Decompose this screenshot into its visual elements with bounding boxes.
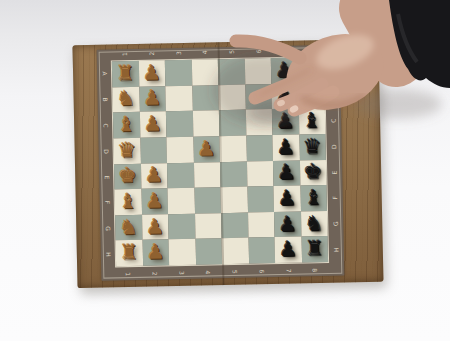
- square-h7: ♟: [275, 237, 302, 263]
- square-g8: ♞: [301, 211, 328, 237]
- square-g2: ♟: [142, 214, 169, 240]
- square-a1: ♜: [112, 61, 139, 87]
- piece-wP-e2: ♟: [145, 165, 163, 185]
- square-h1: ♜: [116, 240, 143, 266]
- piece-wN-g1: ♞: [119, 216, 137, 236]
- square-d3: [166, 137, 193, 163]
- piece-bP-g7: ♟: [278, 213, 296, 233]
- square-e3: [167, 162, 194, 188]
- square-h5: [222, 238, 249, 264]
- piece-bR-h8: ♜: [305, 238, 323, 258]
- square-e2: ♟: [140, 163, 167, 189]
- square-c6: [245, 109, 272, 135]
- square-c1: ♝: [113, 112, 140, 138]
- square-e7: ♟: [273, 160, 300, 186]
- square-e1: ♚: [114, 163, 141, 189]
- piece-bP-d7: ♟: [277, 136, 295, 156]
- piece-wP-h2: ♟: [146, 242, 164, 262]
- square-g5: [221, 212, 248, 238]
- square-b5: [218, 84, 245, 110]
- square-a2: ♟: [138, 60, 165, 86]
- square-g6: [248, 212, 275, 238]
- piece-bB-c8: ♝: [303, 110, 321, 130]
- square-e6: [246, 161, 273, 187]
- square-b1: ♞: [112, 86, 139, 112]
- piece-wP-d4: ♟: [197, 138, 215, 158]
- square-b6: [245, 84, 272, 110]
- piece-wP-a2: ♟: [143, 62, 161, 82]
- piece-bR-a8: ♜: [302, 59, 320, 79]
- square-b4: [192, 85, 219, 111]
- sleeve-fold: [398, 14, 417, 62]
- square-d2: [140, 137, 167, 163]
- square-d4: ♟: [193, 136, 220, 162]
- piece-bP-e7: ♟: [277, 162, 295, 182]
- piece-wB-f1: ♝: [119, 191, 137, 211]
- piece-bB-f8: ♝: [304, 187, 322, 207]
- chess-board: ABCDEFGH ABCDEFGH 12345678 12345678 ♜♟♟♜…: [72, 39, 383, 288]
- piece-bP-f7: ♟: [278, 188, 296, 208]
- piece-bN-b8: ♞: [302, 84, 320, 104]
- square-f8: ♝: [300, 185, 327, 211]
- piece-bK-e8: ♚: [304, 161, 322, 181]
- square-e4: [193, 162, 220, 188]
- square-b8: ♞: [298, 83, 325, 109]
- piece-bP-c7: ♟: [276, 111, 294, 131]
- square-d6: [246, 135, 273, 161]
- square-a8: ♜: [297, 57, 324, 83]
- square-c3: [166, 111, 193, 137]
- square-c5: [219, 110, 246, 136]
- photo-stage: ABCDEFGH ABCDEFGH 12345678 12345678 ♜♟♟♜…: [0, 0, 450, 341]
- square-b2: ♟: [139, 86, 166, 112]
- piece-wP-c2: ♟: [144, 113, 162, 133]
- square-d5: [219, 135, 246, 161]
- square-g1: ♞: [115, 215, 142, 241]
- piece-wB-c1: ♝: [117, 114, 135, 134]
- square-f4: [194, 187, 221, 213]
- square-h3: [169, 239, 196, 265]
- square-h4: [195, 239, 222, 265]
- square-d7: ♟: [272, 134, 299, 160]
- square-d1: ♛: [113, 138, 140, 164]
- square-f5: [220, 187, 247, 213]
- square-c8: ♝: [298, 108, 325, 134]
- square-f7: ♟: [273, 186, 300, 212]
- sleeve: [389, 0, 450, 88]
- piece-wP-f2: ♟: [145, 190, 163, 210]
- piece-wR-a1: ♜: [116, 63, 134, 83]
- piece-wR-h1: ♜: [120, 242, 138, 262]
- square-b7: ♟: [271, 83, 298, 109]
- square-f2: ♟: [141, 188, 168, 214]
- square-e5: [220, 161, 247, 187]
- piece-wP-g2: ♟: [146, 216, 164, 236]
- square-h2: ♟: [142, 240, 169, 266]
- square-b3: [165, 85, 192, 111]
- piece-bQ-d8: ♛: [303, 136, 321, 156]
- square-c4: [192, 110, 219, 136]
- square-a4: [191, 59, 218, 85]
- piece-bP-h7: ♟: [279, 239, 297, 259]
- square-h8: ♜: [301, 236, 328, 262]
- square-g7: ♟: [274, 211, 301, 237]
- square-a6: [244, 58, 271, 84]
- square-c2: ♟: [139, 112, 166, 138]
- square-a5: [218, 59, 245, 85]
- square-g3: [168, 213, 195, 239]
- square-e8: ♚: [299, 159, 326, 185]
- square-g4: [195, 213, 222, 239]
- piece-bN-g8: ♞: [305, 213, 323, 233]
- square-f1: ♝: [115, 189, 142, 215]
- square-a7: ♟: [271, 58, 298, 84]
- square-h6: [248, 237, 275, 263]
- piece-wP-b2: ♟: [143, 88, 161, 108]
- piece-bP-b7: ♟: [276, 85, 294, 105]
- square-f3: [168, 188, 195, 214]
- square-d8: ♛: [299, 134, 326, 160]
- square-c7: ♟: [272, 109, 299, 135]
- square-f6: [247, 186, 274, 212]
- piece-wK-e1: ♚: [118, 165, 136, 185]
- piece-bP-a7: ♟: [275, 59, 293, 79]
- piece-wQ-d1: ♛: [118, 140, 136, 160]
- square-a3: [165, 60, 192, 86]
- piece-wN-b1: ♞: [117, 88, 135, 108]
